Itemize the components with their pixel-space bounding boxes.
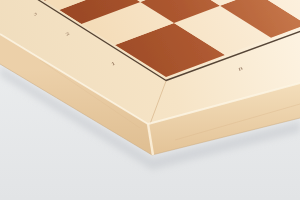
board-scene-canvas: 1 2 3 B: [0, 0, 300, 200]
chessboard-photo: 1 2 3 B: [0, 0, 300, 200]
